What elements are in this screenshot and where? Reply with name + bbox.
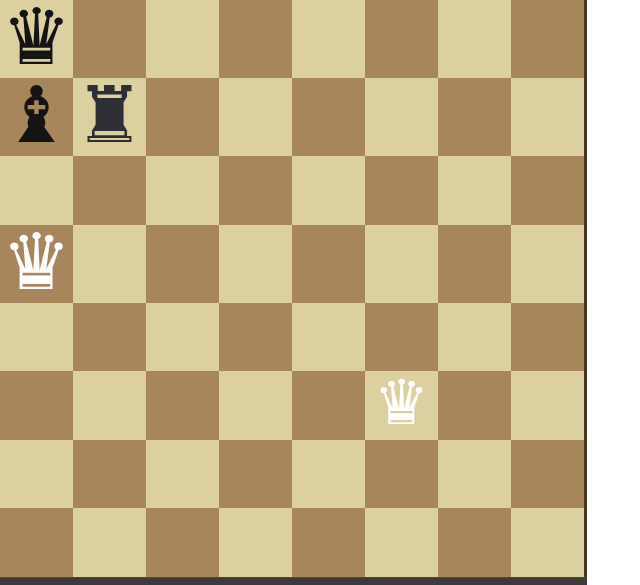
chess-board: ♛♝♜♛♛: [0, 0, 584, 577]
black-bishop[interactable]: ♝: [2, 76, 72, 154]
square-h3[interactable]: [511, 371, 584, 440]
square-e4[interactable]: [292, 303, 365, 372]
square-d6[interactable]: [219, 156, 292, 225]
square-h8[interactable]: [511, 0, 584, 78]
square-f2[interactable]: [365, 440, 438, 509]
square-c6[interactable]: [146, 156, 219, 225]
square-e8[interactable]: [292, 0, 365, 78]
square-b6[interactable]: [73, 156, 146, 225]
square-a2[interactable]: [0, 440, 73, 509]
square-g4[interactable]: [438, 303, 511, 372]
square-g3[interactable]: [438, 371, 511, 440]
square-h5[interactable]: [511, 225, 584, 303]
square-a4[interactable]: [0, 303, 73, 372]
square-h4[interactable]: [511, 303, 584, 372]
square-b8[interactable]: [73, 0, 146, 78]
square-d1[interactable]: [219, 508, 292, 577]
square-e1[interactable]: [292, 508, 365, 577]
square-f5[interactable]: [365, 225, 438, 303]
square-g2[interactable]: [438, 440, 511, 509]
black-rook[interactable]: ♜: [75, 76, 145, 154]
square-h7[interactable]: [511, 78, 584, 156]
square-e7[interactable]: [292, 78, 365, 156]
square-a8[interactable]: ♛: [0, 0, 73, 78]
square-b4[interactable]: [73, 303, 146, 372]
square-d5[interactable]: [219, 225, 292, 303]
square-a7[interactable]: ♝: [0, 78, 73, 156]
square-c8[interactable]: [146, 0, 219, 78]
board-edge-bottom: [0, 577, 587, 585]
square-b2[interactable]: [73, 440, 146, 509]
square-c7[interactable]: [146, 78, 219, 156]
square-c2[interactable]: [146, 440, 219, 509]
square-b1[interactable]: [73, 508, 146, 577]
square-f8[interactable]: [365, 0, 438, 78]
square-e2[interactable]: [292, 440, 365, 509]
square-c4[interactable]: [146, 303, 219, 372]
chess-app-window: ♛♝♜♛♛: [0, 0, 640, 585]
square-e3[interactable]: [292, 371, 365, 440]
square-f3[interactable]: ♛: [365, 371, 438, 440]
square-a5[interactable]: ♛: [0, 225, 73, 303]
square-g7[interactable]: [438, 78, 511, 156]
square-d8[interactable]: [219, 0, 292, 78]
white-queen[interactable]: ♛: [2, 223, 72, 301]
square-g1[interactable]: [438, 508, 511, 577]
square-h1[interactable]: [511, 508, 584, 577]
square-b5[interactable]: [73, 225, 146, 303]
square-d4[interactable]: [219, 303, 292, 372]
square-g5[interactable]: [438, 225, 511, 303]
square-b3[interactable]: [73, 371, 146, 440]
square-e6[interactable]: [292, 156, 365, 225]
square-c5[interactable]: [146, 225, 219, 303]
square-h2[interactable]: [511, 440, 584, 509]
square-a6[interactable]: [0, 156, 73, 225]
window-background: [587, 0, 640, 585]
square-d7[interactable]: [219, 78, 292, 156]
square-d2[interactable]: [219, 440, 292, 509]
square-c1[interactable]: [146, 508, 219, 577]
white-queen[interactable]: ♛: [374, 372, 430, 434]
square-h6[interactable]: [511, 156, 584, 225]
square-f7[interactable]: [365, 78, 438, 156]
square-a1[interactable]: [0, 508, 73, 577]
square-a3[interactable]: [0, 371, 73, 440]
square-f1[interactable]: [365, 508, 438, 577]
square-b7[interactable]: ♜: [73, 78, 146, 156]
square-f6[interactable]: [365, 156, 438, 225]
square-g6[interactable]: [438, 156, 511, 225]
square-d3[interactable]: [219, 371, 292, 440]
black-queen[interactable]: ♛: [2, 0, 72, 76]
square-c3[interactable]: [146, 371, 219, 440]
square-e5[interactable]: [292, 225, 365, 303]
square-g8[interactable]: [438, 0, 511, 78]
square-f4[interactable]: [365, 303, 438, 372]
